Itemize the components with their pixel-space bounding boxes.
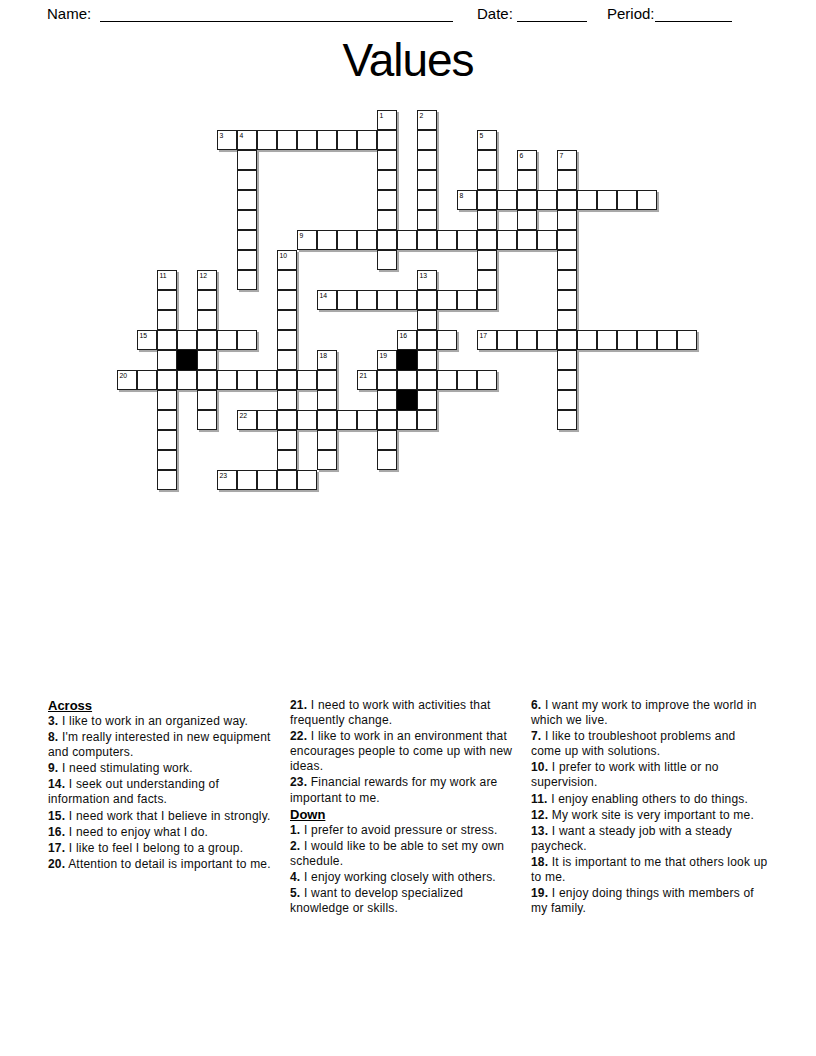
answer-cell[interactable] (197, 390, 217, 410)
answer-cell[interactable] (317, 370, 337, 390)
answer-cell[interactable] (457, 230, 477, 250)
answer-cell[interactable] (277, 350, 297, 370)
answer-cell[interactable] (477, 270, 497, 290)
answer-cell[interactable] (557, 310, 577, 330)
answer-cell[interactable] (477, 130, 497, 150)
answer-cell[interactable] (317, 350, 337, 370)
answer-cell[interactable] (557, 230, 577, 250)
answer-cell[interactable] (237, 190, 257, 210)
answer-cell[interactable] (517, 170, 537, 190)
answer-cell[interactable] (157, 450, 177, 470)
answer-cell[interactable] (277, 430, 297, 450)
answer-cell[interactable] (517, 210, 537, 230)
answer-cell[interactable] (157, 270, 177, 290)
answer-cell[interactable] (197, 370, 217, 390)
answer-cell[interactable] (357, 410, 377, 430)
answer-cell[interactable] (297, 410, 317, 430)
answer-cell[interactable] (277, 290, 297, 310)
answer-cell[interactable] (297, 230, 317, 250)
answer-cell[interactable] (377, 410, 397, 430)
answer-cell[interactable] (557, 370, 577, 390)
answer-cell[interactable] (457, 290, 477, 310)
answer-cell[interactable] (557, 350, 577, 370)
answer-cell[interactable] (277, 470, 297, 490)
down-clue-1: 1. I prefer to avoid pressure or stress. (290, 823, 523, 838)
across-clue-14: 14. I seek out understanding of informat… (48, 777, 276, 807)
answer-cell[interactable] (437, 290, 457, 310)
answer-cell[interactable] (677, 330, 697, 350)
answer-cell[interactable] (337, 290, 357, 310)
answer-cell[interactable] (237, 250, 257, 270)
across-header: Across (48, 698, 276, 713)
answer-cell[interactable] (397, 290, 417, 310)
answer-cell[interactable] (457, 370, 477, 390)
answer-cell[interactable] (377, 350, 397, 370)
answer-cell[interactable] (217, 130, 237, 150)
answer-cell[interactable] (417, 330, 437, 350)
answer-cell[interactable] (557, 210, 577, 230)
answer-cell[interactable] (377, 150, 397, 170)
answer-cell[interactable] (557, 330, 577, 350)
answer-cell[interactable] (257, 470, 277, 490)
answer-cell[interactable] (417, 230, 437, 250)
answer-cell[interactable] (377, 130, 397, 150)
answer-cell[interactable] (477, 250, 497, 270)
answer-cell[interactable] (277, 450, 297, 470)
answer-cell[interactable] (137, 370, 157, 390)
black-cell (177, 350, 197, 370)
answer-cell[interactable] (497, 190, 517, 210)
answer-cell[interactable] (197, 330, 217, 350)
answer-cell[interactable] (597, 330, 617, 350)
answer-cell[interactable] (477, 290, 497, 310)
down-clue-2: 2. I would like to be able to set my own… (290, 839, 523, 869)
down-clue-12: 12. My work site is very important to me… (531, 808, 769, 823)
answer-cell[interactable] (297, 470, 317, 490)
answer-cell[interactable] (297, 130, 317, 150)
answer-cell[interactable] (417, 190, 437, 210)
answer-cell[interactable] (317, 130, 337, 150)
answer-cell[interactable] (517, 190, 537, 210)
answer-cell[interactable] (557, 410, 577, 430)
answer-cell[interactable] (237, 470, 257, 490)
answer-cell[interactable] (577, 330, 597, 350)
clue-column-1: Across3. I like to work in an organized … (48, 698, 276, 873)
answer-cell[interactable] (157, 390, 177, 410)
answer-cell[interactable] (237, 270, 257, 290)
answer-cell[interactable] (377, 170, 397, 190)
answer-cell[interactable] (397, 330, 417, 350)
answer-cell[interactable] (237, 370, 257, 390)
answer-cell[interactable] (417, 270, 437, 290)
answer-cell[interactable] (197, 310, 217, 330)
answer-cell[interactable] (377, 370, 397, 390)
answer-cell[interactable] (477, 170, 497, 190)
answer-cell[interactable] (317, 410, 337, 430)
page-title: Values (0, 34, 816, 86)
answer-cell[interactable] (437, 230, 457, 250)
answer-cell[interactable] (197, 350, 217, 370)
answer-cell[interactable] (297, 370, 317, 390)
answer-cell[interactable] (497, 230, 517, 250)
answer-cell[interactable] (377, 290, 397, 310)
name-label: Name: (47, 5, 91, 22)
answer-cell[interactable] (517, 150, 537, 170)
answer-cell[interactable] (337, 410, 357, 430)
down-clue-6: 6. I want my work to improve the world i… (531, 698, 769, 728)
answer-cell[interactable] (517, 330, 537, 350)
answer-cell[interactable] (637, 190, 657, 210)
answer-cell[interactable] (157, 470, 177, 490)
answer-cell[interactable] (577, 190, 597, 210)
answer-cell[interactable] (437, 370, 457, 390)
answer-cell[interactable] (517, 230, 537, 250)
answer-cell[interactable] (477, 210, 497, 230)
answer-cell[interactable] (277, 270, 297, 290)
across-clue-9: 9. I need stimulating work. (48, 761, 276, 776)
answer-cell[interactable] (277, 250, 297, 270)
answer-cell[interactable] (537, 230, 557, 250)
answer-cell[interactable] (157, 410, 177, 430)
answer-cell[interactable] (557, 270, 577, 290)
across-clue-21: 21. I need to work with activities that … (290, 698, 523, 728)
answer-cell[interactable] (417, 170, 437, 190)
answer-cell[interactable] (377, 110, 397, 130)
answer-cell[interactable] (357, 370, 377, 390)
clue-column-3: 6. I want my work to improve the world i… (531, 698, 769, 917)
answer-cell[interactable] (457, 190, 477, 210)
answer-cell[interactable] (617, 330, 637, 350)
answer-cell[interactable] (377, 250, 397, 270)
across-clue-22: 22. I like to work in an environment tha… (290, 729, 523, 774)
answer-cell[interactable] (477, 370, 497, 390)
answer-cell[interactable] (317, 390, 337, 410)
answer-cell[interactable] (237, 230, 257, 250)
answer-cell[interactable] (357, 230, 377, 250)
answer-cell[interactable] (177, 330, 197, 350)
answer-cell[interactable] (637, 330, 657, 350)
answer-cell[interactable] (417, 390, 437, 410)
answer-cell[interactable] (157, 350, 177, 370)
answer-cell[interactable] (417, 130, 437, 150)
answer-cell[interactable] (357, 290, 377, 310)
across-clue-23: 23. Financial rewards for my work are im… (290, 775, 523, 805)
down-clue-19: 19. I enjoy doing things with members of… (531, 886, 769, 916)
answer-cell[interactable] (417, 310, 437, 330)
answer-cell[interactable] (257, 370, 277, 390)
answer-cell[interactable] (277, 130, 297, 150)
across-clue-3: 3. I like to work in an organized way. (48, 714, 276, 729)
answer-cell[interactable] (117, 370, 137, 390)
answer-cell[interactable] (137, 330, 157, 350)
down-clue-10: 10. I prefer to work with little or no s… (531, 760, 769, 790)
across-clue-17: 17. I like to feel I belong to a group. (48, 841, 276, 856)
answer-cell[interactable] (197, 410, 217, 430)
answer-cell[interactable] (337, 230, 357, 250)
answer-cell[interactable] (157, 310, 177, 330)
across-clue-20: 20. Attention to detail is important to … (48, 857, 276, 872)
down-clue-4: 4. I enjoy working closely with others. (290, 870, 523, 885)
answer-cell[interactable] (237, 330, 257, 350)
answer-cell[interactable] (417, 350, 437, 370)
date-label: Date: (477, 5, 513, 22)
answer-cell[interactable] (557, 250, 577, 270)
answer-cell[interactable] (417, 410, 437, 430)
period-blank-line[interactable] (655, 21, 732, 22)
answer-cell[interactable] (277, 410, 297, 430)
answer-cell[interactable] (157, 370, 177, 390)
answer-cell[interactable] (237, 410, 257, 430)
answer-cell[interactable] (437, 330, 457, 350)
black-cell (397, 390, 417, 410)
answer-cell[interactable] (377, 210, 397, 230)
answer-cell[interactable] (537, 190, 557, 210)
across-clue-15: 15. I need work that I believe in strong… (48, 809, 276, 824)
answer-cell[interactable] (257, 410, 277, 430)
answer-cell[interactable] (277, 310, 297, 330)
down-clue-18: 18. It is important to me that others lo… (531, 855, 769, 885)
answer-cell[interactable] (157, 430, 177, 450)
answer-cell[interactable] (597, 190, 617, 210)
down-clue-7: 7. I like to troubleshoot problems and c… (531, 729, 769, 759)
answer-cell[interactable] (477, 190, 497, 210)
answer-cell[interactable] (417, 150, 437, 170)
answer-cell[interactable] (357, 130, 377, 150)
answer-cell[interactable] (397, 410, 417, 430)
answer-cell[interactable] (377, 190, 397, 210)
down-clue-13: 13. I want a steady job with a steady pa… (531, 824, 769, 854)
answer-cell[interactable] (557, 390, 577, 410)
answer-cell[interactable] (197, 270, 217, 290)
answer-cell[interactable] (477, 330, 497, 350)
answer-cell[interactable] (277, 370, 297, 390)
answer-cell[interactable] (217, 330, 237, 350)
answer-cell[interactable] (197, 290, 217, 310)
answer-cell[interactable] (377, 390, 397, 410)
answer-cell[interactable] (417, 110, 437, 130)
answer-cell[interactable] (537, 330, 557, 350)
down-clue-5: 5. I want to develop specialized knowled… (290, 886, 523, 916)
period-label: Period: (607, 5, 655, 22)
answer-cell[interactable] (277, 330, 297, 350)
answer-cell[interactable] (557, 190, 577, 210)
answer-cell[interactable] (557, 290, 577, 310)
answer-cell[interactable] (377, 230, 397, 250)
answer-cell[interactable] (317, 290, 337, 310)
answer-cell[interactable] (397, 370, 417, 390)
across-clue-16: 16. I need to enjoy what I do. (48, 825, 276, 840)
answer-cell[interactable] (617, 190, 637, 210)
answer-cell[interactable] (497, 330, 517, 350)
date-blank-line[interactable] (517, 21, 587, 22)
answer-cell[interactable] (477, 150, 497, 170)
down-header: Down (290, 807, 523, 822)
answer-cell[interactable] (417, 210, 437, 230)
answer-cell[interactable] (237, 170, 257, 190)
clue-column-2: 21. I need to work with activities that … (290, 698, 523, 917)
answer-cell[interactable] (317, 230, 337, 250)
black-cell (397, 350, 417, 370)
answer-cell[interactable] (477, 230, 497, 250)
crossword-grid: 1234567891011121314151617181920212223 (117, 110, 697, 490)
answer-cell[interactable] (557, 150, 577, 170)
answer-cell[interactable] (237, 210, 257, 230)
name-blank-line[interactable] (100, 21, 453, 22)
down-clue-11: 11. I enjoy enabling others to do things… (531, 792, 769, 807)
answer-cell[interactable] (317, 430, 337, 450)
answer-cell[interactable] (377, 430, 397, 450)
answer-cell[interactable] (217, 370, 237, 390)
answer-cell[interactable] (337, 130, 357, 150)
answer-cell[interactable] (557, 170, 577, 190)
answer-cell[interactable] (177, 370, 197, 390)
answer-cell[interactable] (317, 450, 337, 470)
clue-lists: Across3. I like to work in an organized … (48, 698, 773, 958)
answer-cell[interactable] (657, 330, 677, 350)
answer-cell[interactable] (237, 130, 257, 150)
answer-cell[interactable] (237, 150, 257, 170)
answer-cell[interactable] (157, 290, 177, 310)
across-clue-8: 8. I'm really interested in new equipmen… (48, 730, 276, 760)
answer-cell[interactable] (277, 390, 297, 410)
answer-cell[interactable] (397, 230, 417, 250)
answer-cell[interactable] (257, 130, 277, 150)
answer-cell[interactable] (217, 470, 237, 490)
answer-cell[interactable] (417, 290, 437, 310)
answer-cell[interactable] (417, 370, 437, 390)
answer-cell[interactable] (377, 450, 397, 470)
answer-cell[interactable] (157, 330, 177, 350)
